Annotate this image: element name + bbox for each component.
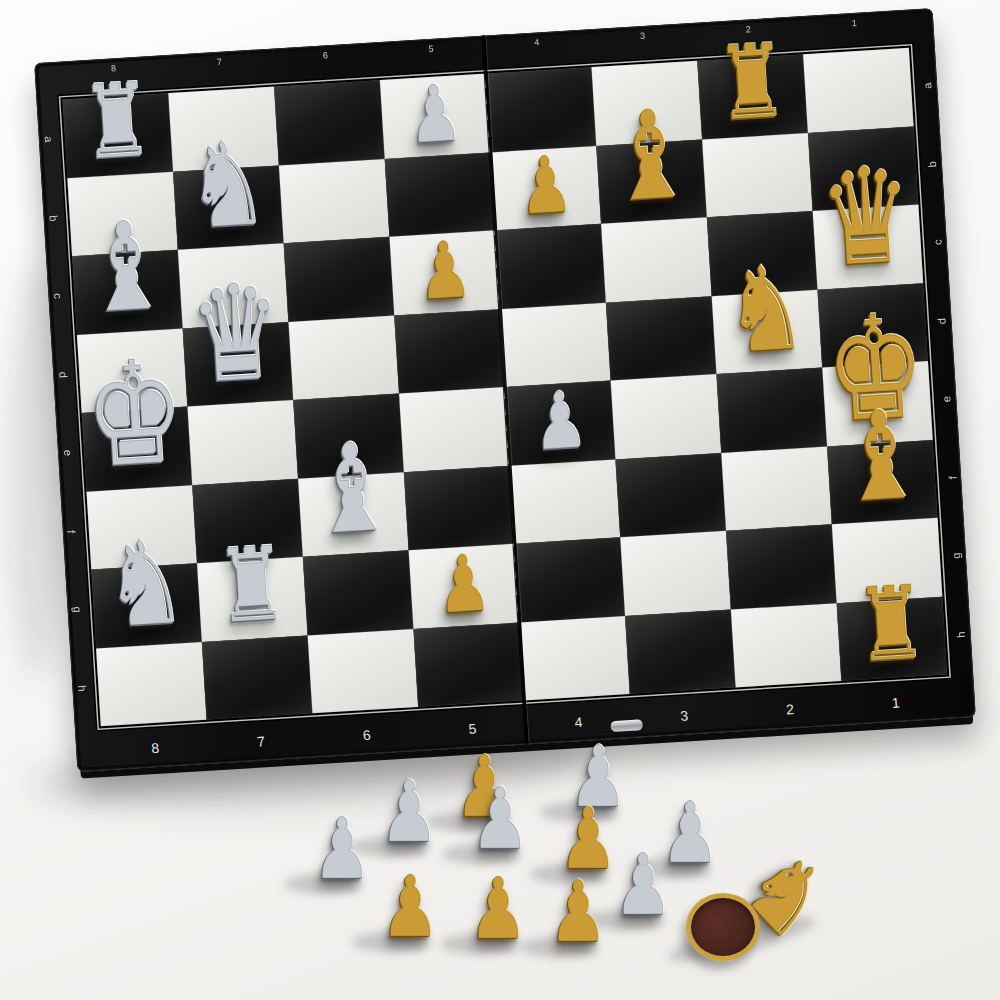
file-label-right-f: f bbox=[947, 476, 959, 480]
square-h5[interactable] bbox=[413, 622, 524, 707]
silver-rook-icon-g7[interactable]: ♜ bbox=[213, 532, 289, 637]
file-label-left-d: d bbox=[57, 371, 69, 378]
file-label-left-g: g bbox=[72, 606, 84, 613]
square-d6[interactable] bbox=[288, 315, 399, 400]
square-f2[interactable] bbox=[721, 446, 832, 531]
square-e3[interactable] bbox=[611, 374, 722, 459]
square-f4[interactable] bbox=[510, 459, 621, 544]
rank-label-bottom-3: 3 bbox=[680, 707, 689, 724]
rank-label-bottom-6: 6 bbox=[362, 727, 371, 744]
square-f3[interactable] bbox=[615, 452, 726, 537]
rank-label-top-3: 3 bbox=[640, 31, 646, 41]
square-g3[interactable] bbox=[620, 531, 731, 616]
gold-pawn-icon-g5[interactable]: ♟ bbox=[434, 543, 492, 624]
captured-silver-pawn-icon[interactable]: ♟ bbox=[470, 778, 529, 862]
gold-pawn-icon-c5[interactable]: ♟ bbox=[415, 229, 473, 310]
square-a6[interactable] bbox=[274, 80, 385, 165]
gold-rook-icon-h1[interactable]: ♜ bbox=[853, 571, 929, 676]
square-c4[interactable] bbox=[495, 224, 606, 309]
square-h2[interactable] bbox=[731, 603, 842, 688]
file-label-right-c: c bbox=[931, 239, 943, 245]
gold-pawn-icon-b4[interactable]: ♟ bbox=[516, 145, 574, 226]
silver-king-icon-e8[interactable]: ♚ bbox=[81, 339, 188, 488]
file-label-left-f: f bbox=[65, 530, 77, 534]
rank-label-top-5: 5 bbox=[428, 44, 434, 54]
square-d5[interactable] bbox=[394, 309, 505, 394]
captured-silver-pawn-icon[interactable]: ♟ bbox=[312, 808, 371, 892]
file-label-right-h: h bbox=[955, 631, 967, 638]
gold-bishop-icon-b3[interactable]: ♝ bbox=[604, 93, 696, 220]
silver-queen-icon-d7[interactable]: ♛ bbox=[186, 265, 285, 403]
rank-label-bottom-1: 1 bbox=[891, 694, 900, 711]
square-d4[interactable] bbox=[500, 302, 611, 387]
product-photo-scene: ♜♞♝♛♚♝♞♜♟♟♜♝♟♟♛♞♚♝♟♜8765432187654321abcd… bbox=[0, 0, 1000, 1000]
silver-bishop-icon-c8[interactable]: ♝ bbox=[80, 204, 172, 331]
file-label-right-g: g bbox=[950, 553, 962, 560]
file-label-right-d: d bbox=[935, 318, 947, 325]
file-label-left-c: c bbox=[52, 293, 64, 299]
captured-gold-pawn-icon[interactable]: ♟ bbox=[380, 866, 439, 950]
gold-queen-icon-c1[interactable]: ♛ bbox=[816, 148, 915, 286]
square-c3[interactable] bbox=[601, 217, 712, 302]
file-label-right-a: a bbox=[921, 82, 933, 89]
rank-label-bottom-8: 8 bbox=[151, 740, 160, 757]
square-h4[interactable] bbox=[519, 616, 630, 701]
file-label-left-b: b bbox=[48, 215, 60, 222]
square-e5[interactable] bbox=[399, 387, 510, 472]
file-label-left-e: e bbox=[62, 450, 74, 457]
file-label-right-b: b bbox=[926, 161, 938, 168]
captured-gold-pawn-icon[interactable]: ♟ bbox=[468, 868, 527, 952]
square-g6[interactable] bbox=[303, 550, 414, 635]
square-b2[interactable] bbox=[702, 133, 813, 218]
square-d3[interactable] bbox=[606, 296, 717, 381]
captured-silver-pawn-icon[interactable]: ♟ bbox=[379, 771, 438, 855]
gold-knight-icon-d2[interactable]: ♞ bbox=[722, 249, 810, 371]
silver-bishop-icon-f6[interactable]: ♝ bbox=[306, 426, 398, 553]
rank-label-top-6: 6 bbox=[322, 50, 328, 60]
square-b5[interactable] bbox=[385, 152, 496, 237]
rank-label-bottom-2: 2 bbox=[786, 701, 795, 718]
silver-pawn-icon-e4[interactable]: ♟ bbox=[531, 380, 589, 461]
rank-label-bottom-5: 5 bbox=[468, 720, 477, 737]
silver-rook-icon-a8[interactable]: ♜ bbox=[79, 68, 155, 173]
rank-label-top-1: 1 bbox=[851, 18, 857, 28]
square-h3[interactable] bbox=[625, 609, 736, 694]
rank-label-top-4: 4 bbox=[534, 37, 540, 47]
chess-board: ♜♞♝♛♚♝♞♜♟♟♜♝♟♟♛♞♚♝♟♜8765432187654321abcd… bbox=[34, 8, 976, 772]
square-g2[interactable] bbox=[726, 524, 837, 609]
silver-knight-icon-g8[interactable]: ♞ bbox=[101, 522, 189, 644]
rank-label-top-7: 7 bbox=[217, 57, 223, 67]
square-h6[interactable] bbox=[308, 629, 419, 714]
file-label-right-e: e bbox=[940, 396, 952, 403]
captured-gold-pawn-icon[interactable]: ♟ bbox=[548, 871, 607, 955]
square-c6[interactable] bbox=[284, 237, 395, 322]
square-e2[interactable] bbox=[716, 368, 827, 453]
silver-knight-icon-b7[interactable]: ♞ bbox=[183, 124, 271, 246]
silver-pawn-icon-a5[interactable]: ♟ bbox=[406, 73, 464, 154]
square-g4[interactable] bbox=[514, 537, 625, 622]
rank-label-bottom-7: 7 bbox=[256, 733, 265, 750]
gold-rook-icon-a2[interactable]: ♜ bbox=[714, 29, 790, 134]
file-label-left-a: a bbox=[43, 136, 55, 143]
square-h8[interactable] bbox=[96, 641, 207, 726]
square-f5[interactable] bbox=[404, 465, 515, 550]
gold-bishop-icon-f1[interactable]: ♝ bbox=[835, 394, 927, 521]
square-a1[interactable] bbox=[803, 48, 914, 133]
felt-base-of-fallen-knight bbox=[686, 893, 760, 961]
square-b6[interactable] bbox=[279, 158, 390, 243]
captured-silver-pawn-icon[interactable]: ♟ bbox=[613, 844, 672, 928]
square-h7[interactable] bbox=[202, 635, 313, 720]
file-label-left-h: h bbox=[76, 685, 88, 692]
